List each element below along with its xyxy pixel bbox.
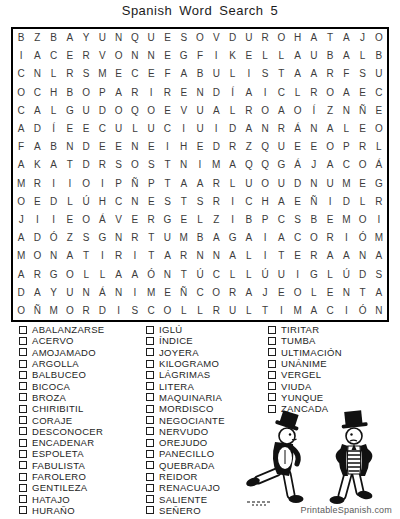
word-list-item: LITERA: [146, 380, 225, 391]
grid-cell: L: [257, 47, 273, 65]
grid-cell: N: [159, 265, 175, 283]
grid-cell: N: [257, 120, 273, 138]
grid-cell: D: [208, 138, 224, 156]
word-list-item: PANECILLO: [146, 448, 225, 459]
grid-cell: Ó: [143, 265, 159, 283]
grid-cell: A: [273, 193, 289, 211]
word-list-column: IGLÚÍNDICEJOYERAKILOGRAMOLÁGRIMASLITERAM…: [146, 324, 225, 516]
grid-cell: R: [78, 47, 94, 65]
grid-cell: Z: [62, 229, 78, 247]
grid-cell: E: [289, 193, 305, 211]
word-label: HATAJO: [32, 494, 70, 505]
grid-cell: S: [159, 193, 175, 211]
grid-cell: D: [78, 156, 94, 174]
grid-cell: N: [111, 29, 127, 47]
word-list-item: IGLÚ: [146, 324, 225, 335]
word-list-item: FABULISTA: [19, 460, 104, 471]
word-list-item: UNÁNIME: [268, 358, 342, 369]
word-label: MAQUINARIA: [159, 392, 222, 403]
word-label: AMOJAMADO: [32, 347, 96, 358]
word-checkbox[interactable]: [146, 393, 154, 401]
grid-cell: I: [192, 156, 208, 174]
word-list-item: YUNQUE: [268, 392, 342, 403]
grid-cell: C: [13, 65, 29, 83]
grid-cell: A: [159, 247, 175, 265]
grid-cell: O: [306, 229, 322, 247]
grid-cell: B: [241, 211, 257, 229]
grid-cell: S: [257, 65, 273, 83]
grid-cell: E: [192, 138, 208, 156]
grid-cell: Y: [78, 29, 94, 47]
word-list-item: ABALANZARSE: [19, 324, 104, 335]
grid-cell: A: [176, 175, 192, 193]
grid-cell: S: [176, 29, 192, 47]
grid-cell: B: [62, 84, 78, 102]
word-checkbox[interactable]: [268, 326, 276, 334]
word-label: RENACUAJO: [159, 482, 220, 493]
grid-cell: F: [13, 138, 29, 156]
grid-cell: U: [159, 229, 175, 247]
grid-cell: R: [241, 102, 257, 120]
grid-cell: S: [192, 193, 208, 211]
grid-cell: E: [78, 120, 94, 138]
grid-cell: L: [192, 302, 208, 320]
grid-cell: I: [273, 302, 289, 320]
grid-cell: C: [127, 65, 143, 83]
word-list-item: REIDOR: [146, 471, 225, 482]
grid-cell: T: [143, 247, 159, 265]
grid-cell: U: [224, 302, 240, 320]
word-checkbox[interactable]: [146, 450, 154, 458]
grid-cell: I: [257, 84, 273, 102]
grid-cell: C: [289, 229, 305, 247]
grid-cell: Ñ: [127, 175, 143, 193]
grid-cell: N: [111, 229, 127, 247]
word-checkbox[interactable]: [268, 371, 276, 379]
grid-cell: U: [273, 175, 289, 193]
grid-cell: R: [354, 138, 370, 156]
grid-cell: R: [224, 284, 240, 302]
grid-cell: E: [62, 47, 78, 65]
grid-cell: D: [94, 102, 110, 120]
grid-cell: I: [208, 120, 224, 138]
grid-cell: N: [192, 247, 208, 265]
word-list-item: ACERVO: [19, 335, 104, 346]
word-list-item: VERGEL: [268, 369, 342, 380]
grid-cell: A: [208, 102, 224, 120]
grid-cell: Í: [46, 120, 62, 138]
word-label: OREJUDO: [159, 437, 208, 448]
word-checkbox[interactable]: [19, 337, 27, 345]
word-checkbox[interactable]: [268, 382, 276, 390]
word-checkbox[interactable]: [19, 382, 27, 390]
grid-cell: S: [289, 211, 305, 229]
grid-cell: D: [338, 193, 354, 211]
grid-cell: Ñ: [306, 193, 322, 211]
grid-cell: A: [289, 47, 305, 65]
grid-cell: O: [371, 29, 387, 47]
grid-cell: Z: [29, 29, 45, 47]
word-list-item: SEÑERO: [146, 505, 225, 516]
grid-cell: Ú: [78, 193, 94, 211]
grid-cell: T: [159, 156, 175, 174]
word-checkbox[interactable]: [19, 450, 27, 458]
grid-cell: F: [338, 65, 354, 83]
grid-cell: R: [208, 302, 224, 320]
grid-cell: I: [338, 229, 354, 247]
grid-cell: I: [257, 229, 273, 247]
word-list-item: JOYERA: [146, 347, 225, 358]
grid-cell: L: [306, 284, 322, 302]
grid-cell: I: [127, 247, 143, 265]
word-checkbox[interactable]: [146, 473, 154, 481]
word-label: ENCADENAR: [32, 437, 94, 448]
grid-cell: I: [338, 302, 354, 320]
grid-cell: A: [273, 102, 289, 120]
word-checkbox[interactable]: [146, 348, 154, 356]
grid-cell: T: [78, 247, 94, 265]
grid-cell: I: [127, 284, 143, 302]
grid-cell: S: [371, 265, 387, 283]
grid-cell: G: [46, 265, 62, 283]
grid-cell: O: [208, 284, 224, 302]
word-list-item: OREJUDO: [146, 437, 225, 448]
word-checkbox[interactable]: [19, 461, 27, 469]
grid-cell: O: [354, 211, 370, 229]
word-checkbox[interactable]: [146, 382, 154, 390]
word-checkbox[interactable]: [146, 371, 154, 379]
grid-cell: N: [62, 138, 78, 156]
grid-cell: M: [289, 302, 305, 320]
word-checkbox[interactable]: [268, 360, 276, 368]
grid-cell: U: [111, 120, 127, 138]
grid-cell: E: [322, 284, 338, 302]
grid-cell: A: [13, 156, 29, 174]
word-label: ÍNDICE: [159, 335, 193, 346]
grid-cell: R: [29, 265, 45, 283]
grid-cell: I: [159, 138, 175, 156]
grid-cell: N: [371, 302, 387, 320]
word-label: SALIENTE: [159, 494, 207, 505]
grid-cell: L: [224, 102, 240, 120]
grid-cell: E: [306, 138, 322, 156]
grid-cell: E: [111, 65, 127, 83]
grid-cell: B: [13, 29, 29, 47]
word-list-item: KILOGRAMO: [146, 358, 225, 369]
word-list-item: CHIRIBITIL: [19, 403, 104, 414]
grid-cell: M: [13, 175, 29, 193]
grid-cell: C: [371, 84, 387, 102]
grid-cell: G: [224, 229, 240, 247]
grid-cell: J: [354, 29, 370, 47]
grid-cell: B: [371, 47, 387, 65]
grid-cell: A: [306, 29, 322, 47]
grid-cell: L: [224, 265, 240, 283]
grid-cell: L: [46, 65, 62, 83]
grid-cell: I: [46, 175, 62, 193]
grid-cell: O: [322, 138, 338, 156]
word-label: PANECILLO: [159, 448, 214, 459]
grid-cell: I: [143, 84, 159, 102]
grid-cell: R: [143, 211, 159, 229]
word-label: ARGOLLA: [32, 358, 79, 369]
grid-cell: J: [257, 284, 273, 302]
word-checkbox[interactable]: [146, 405, 154, 413]
grid-cell: L: [224, 175, 240, 193]
grid-cell: A: [241, 120, 257, 138]
grid-cell: C: [143, 302, 159, 320]
grid-cell: I: [111, 302, 127, 320]
grid-cell: H: [94, 193, 110, 211]
word-list-item: MORDISCO: [146, 403, 225, 414]
grid-cell: Á: [94, 284, 110, 302]
word-list-item: BICOCA: [19, 380, 104, 391]
word-checkbox[interactable]: [268, 337, 276, 345]
word-label: LITERA: [159, 381, 194, 392]
left-gentleman: [245, 410, 303, 505]
word-label: GENTILEZA: [32, 482, 88, 493]
grid-cell: U: [62, 284, 78, 302]
grid-cell: E: [354, 84, 370, 102]
word-label: CORAJE: [32, 415, 72, 426]
grid-cell: B: [46, 138, 62, 156]
grid-cell: D: [29, 229, 45, 247]
grid-cell: U: [143, 120, 159, 138]
grid-cell: M: [94, 65, 110, 83]
grid-cell: D: [208, 84, 224, 102]
grid-cell: U: [78, 102, 94, 120]
grid-cell: N: [143, 47, 159, 65]
grid-cell: M: [13, 247, 29, 265]
grid-cell: R: [94, 156, 110, 174]
grid-cell: N: [176, 156, 192, 174]
grid-cell: U: [94, 29, 110, 47]
word-checkbox[interactable]: [146, 495, 154, 503]
grid-cell: L: [241, 265, 257, 283]
word-label: NERVUDO: [159, 426, 208, 437]
grid-cell: E: [143, 193, 159, 211]
grid-cell: E: [176, 211, 192, 229]
word-checkbox[interactable]: [146, 439, 154, 447]
grid-cell: E: [354, 175, 370, 193]
grid-cell: H: [176, 138, 192, 156]
grid-cell: E: [354, 120, 370, 138]
word-checkbox[interactable]: [19, 326, 27, 334]
grid-cell: D: [46, 193, 62, 211]
grid-cell: A: [273, 229, 289, 247]
word-checkbox[interactable]: [19, 427, 27, 435]
cartoon-gentlemen-illustration: [243, 410, 395, 510]
grid-cell: E: [143, 138, 159, 156]
grid-cell: L: [241, 247, 257, 265]
word-checkbox[interactable]: [19, 416, 27, 424]
word-list-column: TIRITARTUMBAULTIMACIÓNUNÁNIMEVERGELVIUDA…: [268, 324, 342, 414]
word-list-item: ARGOLLA: [19, 358, 104, 369]
grid-cell: C: [159, 120, 175, 138]
grid-cell: D: [29, 120, 45, 138]
word-label: BROZA: [32, 392, 66, 403]
word-label: TUMBA: [281, 335, 316, 346]
word-checkbox[interactable]: [19, 393, 27, 401]
grid-cell: O: [354, 156, 370, 174]
word-checkbox[interactable]: [19, 371, 27, 379]
grid-cell: I: [94, 247, 110, 265]
word-label: BALBUCEO: [32, 369, 86, 380]
word-checkbox[interactable]: [146, 506, 154, 514]
grid-cell: L: [354, 47, 370, 65]
grid-cell: C: [273, 84, 289, 102]
word-list-item: AMOJAMADO: [19, 347, 104, 358]
grid-cell: P: [143, 175, 159, 193]
grid-cell: L: [224, 65, 240, 83]
grid-cell: A: [306, 302, 322, 320]
word-label: ESPOLETA: [32, 448, 84, 459]
grid-cell: I: [322, 193, 338, 211]
grid-cell: A: [306, 65, 322, 83]
grid-cell: Q: [127, 29, 143, 47]
word-checkbox[interactable]: [146, 326, 154, 334]
grid-cell: N: [29, 65, 45, 83]
word-checkbox[interactable]: [268, 348, 276, 356]
grid-cell: N: [192, 84, 208, 102]
grid-cell: E: [371, 102, 387, 120]
word-label: ACERVO: [32, 335, 74, 346]
word-checkbox[interactable]: [19, 506, 27, 514]
grid-cell: A: [224, 247, 240, 265]
grid-cell: B: [322, 47, 338, 65]
word-label: TIRITAR: [281, 324, 319, 335]
grid-cell: Á: [94, 211, 110, 229]
grid-cell: O: [322, 84, 338, 102]
word-checkbox[interactable]: [146, 484, 154, 492]
grid-cell: S: [354, 65, 370, 83]
grid-cell: O: [192, 29, 208, 47]
word-checkbox[interactable]: [146, 337, 154, 345]
word-checkbox[interactable]: [19, 495, 27, 503]
grid-cell: N: [354, 247, 370, 265]
word-label: YUNQUE: [281, 392, 323, 403]
word-list-item: MAQUINARIA: [146, 392, 225, 403]
word-checkbox[interactable]: [146, 427, 154, 435]
grid-cell: A: [176, 65, 192, 83]
word-checkbox[interactable]: [19, 360, 27, 368]
grid-cell: M: [371, 229, 387, 247]
grid-cell: N: [338, 102, 354, 120]
grid-cell: L: [78, 265, 94, 283]
word-label: SEÑERO: [159, 505, 201, 516]
grid-cell: R: [159, 84, 175, 102]
grid-cell: H: [289, 29, 305, 47]
word-list-item: ESPOLETA: [19, 448, 104, 459]
grid-cell: U: [273, 265, 289, 283]
grid-cell: Ñ: [354, 102, 370, 120]
grid-cell: O: [111, 47, 127, 65]
grid-cell: S: [78, 229, 94, 247]
grid-cell: G: [306, 265, 322, 283]
word-checkbox[interactable]: [19, 348, 27, 356]
grid-cell: R: [306, 84, 322, 102]
word-label: ULTIMACIÓN: [281, 347, 342, 358]
grid-cell: E: [94, 138, 110, 156]
grid-cell: F: [192, 47, 208, 65]
grid-cell: A: [13, 120, 29, 138]
grid-cell: A: [29, 102, 45, 120]
grid-cell: O: [78, 175, 94, 193]
grid-cell: O: [78, 84, 94, 102]
word-list-item: RENACUAJO: [146, 482, 225, 493]
grid-cell: T: [273, 65, 289, 83]
word-checkbox[interactable]: [146, 416, 154, 424]
word-label: ABALANZARSE: [32, 324, 104, 335]
grid-cell: D: [224, 120, 240, 138]
grid-cell: H: [257, 193, 273, 211]
grid-cell: N: [306, 120, 322, 138]
grid-cell: G: [94, 229, 110, 247]
word-list-item: HURAÑO: [19, 505, 104, 516]
grid-cell: O: [127, 156, 143, 174]
word-checkbox[interactable]: [19, 439, 27, 447]
grid-cell: U: [143, 29, 159, 47]
page-title: Spanish Word Search 5: [0, 3, 400, 18]
word-list-item: GENTILEZA: [19, 482, 104, 493]
grid-cell: O: [371, 120, 387, 138]
word-checkbox[interactable]: [19, 473, 27, 481]
grid-cell: O: [13, 84, 29, 102]
word-checkbox[interactable]: [146, 360, 154, 368]
grid-cell: A: [13, 229, 29, 247]
grid-cell: E: [176, 84, 192, 102]
grid-cell: E: [111, 138, 127, 156]
grid-cell: U: [322, 175, 338, 193]
grid-cell: V: [208, 29, 224, 47]
word-label: BICOCA: [32, 381, 70, 392]
word-checkbox[interactable]: [146, 461, 154, 469]
grid-cell: E: [127, 211, 143, 229]
grid-cell: S: [143, 156, 159, 174]
word-checkbox[interactable]: [19, 405, 27, 413]
grid-cell: A: [371, 247, 387, 265]
word-list-item: FAROLERO: [19, 471, 104, 482]
grid-cell: E: [62, 120, 78, 138]
grid-cell: D: [13, 284, 29, 302]
grid-cell: Ó: [354, 302, 370, 320]
word-checkbox[interactable]: [268, 393, 276, 401]
grid-cell: E: [143, 65, 159, 83]
grid-cell: Ú: [192, 265, 208, 283]
word-list-item: BROZA: [19, 392, 104, 403]
grid-cell: L: [371, 138, 387, 156]
grid-cell: R: [127, 229, 143, 247]
grid-cell: A: [111, 265, 127, 283]
grid-cell: A: [224, 156, 240, 174]
grid-cell: L: [192, 211, 208, 229]
grid-cell: C: [208, 265, 224, 283]
grid-cell: L: [354, 193, 370, 211]
grid-cell: L: [273, 47, 289, 65]
grid-cell: Q: [241, 156, 257, 174]
grid-cell: T: [322, 29, 338, 47]
grid-cell: O: [78, 211, 94, 229]
word-checkbox[interactable]: [19, 484, 27, 492]
grid-cell: D: [289, 175, 305, 193]
grid-cell: I: [241, 65, 257, 83]
grid-cell: S: [127, 302, 143, 320]
grid-cell: L: [176, 302, 192, 320]
grid-cell: N: [306, 175, 322, 193]
grid-cell: T: [159, 175, 175, 193]
word-label: KILOGRAMO: [159, 358, 219, 369]
word-label: FAROLERO: [32, 471, 86, 482]
